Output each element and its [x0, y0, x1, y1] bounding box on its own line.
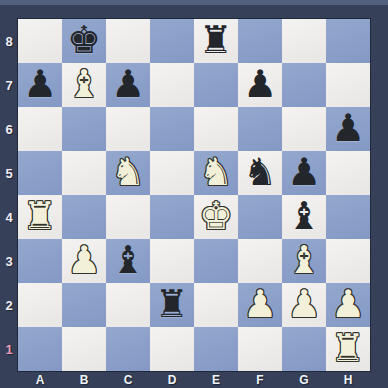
piece-white-bishop[interactable]: ♝ [287, 238, 321, 282]
square-a5[interactable] [18, 151, 62, 195]
square-g2[interactable]: ♟ [282, 283, 326, 327]
rank-label-8: 8 [0, 19, 18, 63]
rank-label-3: 3 [0, 239, 18, 283]
square-g8[interactable] [282, 19, 326, 63]
square-h1[interactable]: ♜ [326, 327, 370, 371]
square-a6[interactable] [18, 107, 62, 151]
square-b2[interactable] [62, 283, 106, 327]
square-g4[interactable]: ♝ [282, 195, 326, 239]
square-e6[interactable] [194, 107, 238, 151]
file-label-a: A [18, 371, 62, 388]
square-h2[interactable]: ♟ [326, 283, 370, 327]
piece-white-rook[interactable]: ♜ [331, 326, 365, 370]
rank-label-2: 2 [0, 283, 18, 327]
square-a3[interactable] [18, 239, 62, 283]
square-e3[interactable] [194, 239, 238, 283]
file-label-f: F [238, 371, 282, 388]
piece-white-king[interactable]: ♚ [199, 194, 233, 238]
square-f3[interactable] [238, 239, 282, 283]
piece-black-king[interactable]: ♚ [67, 18, 101, 62]
square-c8[interactable] [106, 19, 150, 63]
square-c2[interactable] [106, 283, 150, 327]
square-d4[interactable] [150, 195, 194, 239]
square-e4[interactable]: ♚ [194, 195, 238, 239]
square-c3[interactable]: ♝ [106, 239, 150, 283]
piece-black-pawn[interactable]: ♟ [331, 106, 365, 150]
square-a4[interactable]: ♜ [18, 195, 62, 239]
file-label-e: E [194, 371, 238, 388]
square-a1[interactable] [18, 327, 62, 371]
square-d5[interactable] [150, 151, 194, 195]
square-c5[interactable]: ♞ [106, 151, 150, 195]
file-labels: ABCDEFGH [18, 371, 370, 388]
piece-white-bishop[interactable]: ♝ [67, 62, 101, 106]
square-h4[interactable] [326, 195, 370, 239]
piece-white-pawn[interactable]: ♟ [287, 282, 321, 326]
square-e2[interactable] [194, 283, 238, 327]
file-label-h: H [326, 371, 370, 388]
square-f4[interactable] [238, 195, 282, 239]
square-e7[interactable] [194, 63, 238, 107]
rank-label-7: 7 [0, 63, 18, 107]
piece-white-pawn[interactable]: ♟ [331, 282, 365, 326]
square-f6[interactable] [238, 107, 282, 151]
square-b6[interactable] [62, 107, 106, 151]
piece-black-bishop[interactable]: ♝ [111, 238, 145, 282]
square-c7[interactable]: ♟ [106, 63, 150, 107]
piece-black-pawn[interactable]: ♟ [23, 62, 57, 106]
square-h3[interactable] [326, 239, 370, 283]
square-g3[interactable]: ♝ [282, 239, 326, 283]
piece-black-bishop[interactable]: ♝ [287, 194, 321, 238]
piece-black-rook[interactable]: ♜ [155, 282, 189, 326]
square-h8[interactable] [326, 19, 370, 63]
piece-black-pawn[interactable]: ♟ [287, 150, 321, 194]
square-d3[interactable] [150, 239, 194, 283]
square-b3[interactable]: ♟ [62, 239, 106, 283]
square-d2[interactable]: ♜ [150, 283, 194, 327]
square-d6[interactable] [150, 107, 194, 151]
piece-white-pawn[interactable]: ♟ [243, 282, 277, 326]
square-a8[interactable] [18, 19, 62, 63]
piece-black-pawn[interactable]: ♟ [243, 62, 277, 106]
file-label-g: G [282, 371, 326, 388]
square-f5[interactable]: ♞ [238, 151, 282, 195]
square-e5[interactable]: ♞ [194, 151, 238, 195]
square-b1[interactable] [62, 327, 106, 371]
file-label-d: D [150, 371, 194, 388]
square-d1[interactable] [150, 327, 194, 371]
rank-label-6: 6 [0, 107, 18, 151]
piece-white-knight[interactable]: ♞ [111, 150, 145, 194]
rank-label-4: 4 [0, 195, 18, 239]
square-b4[interactable] [62, 195, 106, 239]
square-f2[interactable]: ♟ [238, 283, 282, 327]
file-label-b: B [62, 371, 106, 388]
square-e1[interactable] [194, 327, 238, 371]
square-f7[interactable]: ♟ [238, 63, 282, 107]
square-d7[interactable] [150, 63, 194, 107]
rank-label-1: 1 [0, 327, 18, 371]
piece-black-pawn[interactable]: ♟ [111, 62, 145, 106]
piece-white-knight[interactable]: ♞ [199, 150, 233, 194]
rank-labels: 87654321 [0, 19, 18, 371]
square-a7[interactable]: ♟ [18, 63, 62, 107]
square-b8[interactable]: ♚ [62, 19, 106, 63]
square-d8[interactable] [150, 19, 194, 63]
square-g5[interactable]: ♟ [282, 151, 326, 195]
square-h6[interactable]: ♟ [326, 107, 370, 151]
piece-black-knight[interactable]: ♞ [243, 150, 277, 194]
rank-label-5: 5 [0, 151, 18, 195]
piece-white-pawn[interactable]: ♟ [67, 238, 101, 282]
file-label-c: C [106, 371, 150, 388]
square-h7[interactable] [326, 63, 370, 107]
chessboard-app: 87654321 ♚♜♟♝♟♟♟♞♞♞♟♜♚♝♟♝♝♜♟♟♟♜ ABCDEFGH [0, 0, 388, 388]
square-h5[interactable] [326, 151, 370, 195]
square-b5[interactable] [62, 151, 106, 195]
square-c6[interactable] [106, 107, 150, 151]
piece-white-rook[interactable]: ♜ [23, 194, 57, 238]
square-f1[interactable] [238, 327, 282, 371]
square-e8[interactable]: ♜ [194, 19, 238, 63]
square-g6[interactable] [282, 107, 326, 151]
square-f8[interactable] [238, 19, 282, 63]
square-b7[interactable]: ♝ [62, 63, 106, 107]
frame-top-highlight [0, 0, 388, 5]
square-c4[interactable] [106, 195, 150, 239]
piece-black-rook[interactable]: ♜ [199, 18, 233, 62]
square-c1[interactable] [106, 327, 150, 371]
square-g7[interactable] [282, 63, 326, 107]
chess-board: ♚♜♟♝♟♟♟♞♞♞♟♜♚♝♟♝♝♜♟♟♟♜ [18, 19, 370, 371]
square-a2[interactable] [18, 283, 62, 327]
square-g1[interactable] [282, 327, 326, 371]
